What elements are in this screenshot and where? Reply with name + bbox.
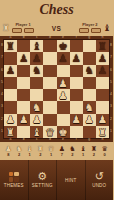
square-c3[interactable]: ♞ xyxy=(30,101,43,113)
coord-file-h-bottom: h xyxy=(101,138,103,142)
piece-white-king: ♚ xyxy=(58,127,67,138)
square-a1[interactable]: ♜ xyxy=(4,126,17,138)
piece-black-pawn: ♟ xyxy=(98,65,107,76)
vs-label: VS xyxy=(52,25,61,32)
square-a7[interactable] xyxy=(4,52,17,64)
square-b7[interactable]: ♟ xyxy=(17,52,30,64)
piece-black-bishop: ♝ xyxy=(32,41,41,52)
square-e8[interactable]: ♚ xyxy=(57,40,70,52)
coord-rank-3-left: 3 xyxy=(1,106,3,110)
square-g2[interactable]: ♟ xyxy=(83,114,96,126)
square-a6[interactable]: ♟ xyxy=(4,65,17,77)
piece-white-pawn: ♟ xyxy=(85,114,94,125)
piece-black-pawn: ♟ xyxy=(98,53,107,64)
tray-white-rook: ♜2 xyxy=(37,146,43,157)
tray-black-pawn: ♟7 xyxy=(59,146,65,157)
square-g8[interactable] xyxy=(83,40,96,52)
coord-rank-5-left: 5 xyxy=(1,81,3,85)
square-h1[interactable]: ♜ xyxy=(96,126,109,138)
coord-rank-7-right: 7 xyxy=(110,57,112,61)
undo-label: UNDO xyxy=(92,184,106,189)
square-g3[interactable]: ♞ xyxy=(83,101,96,113)
black-knight-count: 2 xyxy=(71,153,73,157)
coord-file-a-top: a xyxy=(10,36,12,40)
square-g5[interactable] xyxy=(83,77,96,89)
piece-black-pawn: ♟ xyxy=(58,53,67,64)
player1-panel: ♜ Player 1 xyxy=(2,23,34,33)
square-d6[interactable] xyxy=(43,65,56,77)
square-g1[interactable] xyxy=(83,126,96,138)
square-f4[interactable] xyxy=(70,89,83,101)
piece-white-pawn: ♟ xyxy=(32,114,41,125)
white-rook-count: 2 xyxy=(39,153,41,157)
player2-chip-2 xyxy=(91,28,101,33)
piece-black-rook: ♜ xyxy=(6,41,15,52)
piece-white-pawn: ♟ xyxy=(58,78,67,89)
square-b5[interactable] xyxy=(17,77,30,89)
player-bar: ♜ Player 1 VS Player 2 ♝ xyxy=(0,20,113,36)
square-f3[interactable] xyxy=(70,101,83,113)
square-h5[interactable] xyxy=(96,77,109,89)
coord-file-g-top: g xyxy=(88,36,90,40)
square-d8[interactable] xyxy=(43,40,56,52)
piece-black-pawn: ♟ xyxy=(71,53,80,64)
square-b3[interactable] xyxy=(17,101,30,113)
tray-black-bishop: ♝1 xyxy=(80,146,86,157)
square-b8[interactable] xyxy=(17,40,30,52)
piece-black-pawn: ♟ xyxy=(32,53,41,64)
hint-label: HINT xyxy=(65,179,76,184)
themes-label: THEMES xyxy=(4,184,24,189)
square-g6[interactable]: ♞ xyxy=(83,65,96,77)
square-c5[interactable] xyxy=(30,77,43,89)
square-f2[interactable]: ♟ xyxy=(70,114,83,126)
square-h3[interactable] xyxy=(96,101,109,113)
tray-white-pawn: ♟8 xyxy=(5,146,11,157)
black-rook-count: 2 xyxy=(93,153,95,157)
square-h4[interactable] xyxy=(96,89,109,101)
coord-rank-3-right: 3 xyxy=(110,106,112,110)
themes-icon xyxy=(9,172,19,182)
player1-chip-1 xyxy=(12,28,22,33)
square-c1[interactable]: ♝ xyxy=(30,126,43,138)
coord-rank-6-right: 6 xyxy=(110,69,112,73)
square-f7[interactable]: ♟ xyxy=(70,52,83,64)
tray-white-knight: ♞2 xyxy=(16,146,22,157)
square-f6[interactable] xyxy=(70,65,83,77)
chess-app: Chess ♜ Player 1 VS Player 2 ♝ xyxy=(0,0,113,200)
undo-arrow-icon: ↺ xyxy=(95,171,104,182)
themes-button[interactable]: THEMES xyxy=(0,160,29,200)
undo-button[interactable]: ↺ UNDO xyxy=(86,160,114,200)
app-title: Chess xyxy=(39,2,73,18)
square-e1[interactable]: ♚ xyxy=(57,126,70,138)
coord-rank-8-left: 8 xyxy=(1,44,3,48)
piece-white-rook: ♜ xyxy=(6,127,15,138)
square-e5[interactable]: ♟ xyxy=(57,77,70,89)
white-pawn-count: 8 xyxy=(7,153,9,157)
tray-black-queen: ♛0 xyxy=(101,146,107,157)
square-d2[interactable] xyxy=(43,114,56,126)
square-c6[interactable]: ♞ xyxy=(30,65,43,77)
coord-file-g-bottom: g xyxy=(88,138,90,142)
piece-white-knight: ♞ xyxy=(32,102,41,113)
square-b1[interactable] xyxy=(17,126,30,138)
chess-board: ♜♝♚♜♟♟♟♟♟♟♞♞♟♟♟♞♞♟♟♟♟♟♟♜♝♛♚♜ aabbccddeef… xyxy=(0,36,113,142)
coord-rank-2-left: 2 xyxy=(1,118,3,122)
square-h6[interactable]: ♟ xyxy=(96,65,109,77)
square-b2[interactable]: ♟ xyxy=(17,114,30,126)
coord-file-a-bottom: a xyxy=(10,138,12,142)
coord-file-f-bottom: f xyxy=(76,138,77,142)
square-e4[interactable]: ♟ xyxy=(57,89,70,101)
square-a3[interactable] xyxy=(4,101,17,113)
white-knight-count: 2 xyxy=(18,153,20,157)
piece-black-pawn: ♟ xyxy=(19,53,28,64)
coord-rank-5-right: 5 xyxy=(110,81,112,85)
coord-file-f-top: f xyxy=(76,36,77,40)
square-d3[interactable] xyxy=(43,101,56,113)
square-d1[interactable]: ♛ xyxy=(43,126,56,138)
square-a2[interactable]: ♟ xyxy=(4,114,17,126)
player2-piece-icon: ♝ xyxy=(103,24,111,33)
square-c2[interactable]: ♟ xyxy=(30,114,43,126)
piece-white-pawn: ♟ xyxy=(19,114,28,125)
black-pawn-count: 7 xyxy=(61,153,63,157)
header: Chess xyxy=(0,0,113,20)
tray-black-knight: ♞2 xyxy=(69,146,75,157)
coord-file-b-bottom: b xyxy=(23,138,25,142)
setting-label: SETTING xyxy=(32,184,53,189)
square-d7[interactable] xyxy=(43,52,56,64)
square-e3[interactable] xyxy=(57,101,70,113)
piece-black-pawn: ♟ xyxy=(6,65,15,76)
coord-rank-4-right: 4 xyxy=(110,93,112,97)
square-c4[interactable] xyxy=(30,89,43,101)
black-bishop-count: 1 xyxy=(82,153,84,157)
hint-button[interactable]: HINT xyxy=(57,160,86,200)
square-d5[interactable] xyxy=(43,77,56,89)
bottom-toolbar: THEMES ⚙ SETTING HINT ↺ UNDO xyxy=(0,160,113,200)
coord-file-d-bottom: d xyxy=(49,138,51,142)
piece-white-pawn: ♟ xyxy=(98,114,107,125)
coord-rank-2-right: 2 xyxy=(110,118,112,122)
coord-rank-1-left: 1 xyxy=(1,130,3,134)
square-h8[interactable]: ♜ xyxy=(96,40,109,52)
player1-chip-2 xyxy=(24,28,34,33)
white-queen-count: 1 xyxy=(50,153,52,157)
coord-rank-4-left: 4 xyxy=(1,93,3,97)
coord-rank-7-left: 7 xyxy=(1,57,3,61)
coord-file-h-top: h xyxy=(101,36,103,40)
tray-white-bishop: ♝1 xyxy=(27,146,33,157)
square-d4[interactable] xyxy=(43,89,56,101)
coord-rank-8-right: 8 xyxy=(110,44,112,48)
board-grid: ♜♝♚♜♟♟♟♟♟♟♞♞♟♟♟♞♞♟♟♟♟♟♟♜♝♛♚♜ xyxy=(4,40,109,138)
square-f8[interactable] xyxy=(70,40,83,52)
square-f1[interactable] xyxy=(70,126,83,138)
coord-rank-6-left: 6 xyxy=(1,69,3,73)
square-a8[interactable]: ♜ xyxy=(4,40,17,52)
coord-rank-1-right: 1 xyxy=(110,130,112,134)
piece-white-bishop: ♝ xyxy=(32,127,41,138)
square-c8[interactable]: ♝ xyxy=(30,40,43,52)
square-g7[interactable] xyxy=(83,52,96,64)
square-f5[interactable] xyxy=(70,77,83,89)
square-a5[interactable] xyxy=(4,77,17,89)
square-g4[interactable] xyxy=(83,89,96,101)
gear-icon: ⚙ xyxy=(37,171,47,182)
player2-name: Player 2 xyxy=(82,23,97,27)
tray-white-queen: ♛1 xyxy=(48,146,54,157)
piece-white-pawn: ♟ xyxy=(71,114,80,125)
square-b4[interactable] xyxy=(17,89,30,101)
tray-black-rook: ♜2 xyxy=(91,146,97,157)
setting-button[interactable]: ⚙ SETTING xyxy=(29,160,58,200)
coord-file-b-top: b xyxy=(23,36,25,40)
white-bishop-count: 1 xyxy=(29,153,31,157)
square-c7[interactable]: ♟ xyxy=(30,52,43,64)
piece-black-king: ♚ xyxy=(58,41,67,52)
square-h7[interactable]: ♟ xyxy=(96,52,109,64)
player2-chip-1 xyxy=(79,28,89,33)
piece-white-pawn: ♟ xyxy=(58,90,67,101)
piece-black-knight: ♞ xyxy=(32,65,41,76)
coord-file-c-bottom: c xyxy=(36,138,38,142)
material-tray: ♟8♞2♝1♜2♛1♟7♞2♝1♜2♛0 xyxy=(0,142,113,160)
square-e6[interactable] xyxy=(57,65,70,77)
player2-panel: Player 2 ♝ xyxy=(79,23,111,33)
piece-white-knight: ♞ xyxy=(85,102,94,113)
coord-file-e-top: e xyxy=(62,36,64,40)
piece-white-rook: ♜ xyxy=(98,127,107,138)
piece-white-pawn: ♟ xyxy=(6,114,15,125)
player1-name: Player 1 xyxy=(15,23,30,27)
piece-black-knight: ♞ xyxy=(85,65,94,76)
square-a4[interactable] xyxy=(4,89,17,101)
square-e7[interactable]: ♟ xyxy=(57,52,70,64)
square-b6[interactable] xyxy=(17,65,30,77)
piece-white-queen: ♛ xyxy=(45,127,54,138)
piece-black-rook: ♜ xyxy=(98,41,107,52)
coord-file-e-bottom: e xyxy=(62,138,64,142)
black-queen-count: 0 xyxy=(103,153,105,157)
coord-file-d-top: d xyxy=(49,36,51,40)
square-h2[interactable]: ♟ xyxy=(96,114,109,126)
player1-piece-icon: ♜ xyxy=(2,24,10,33)
square-e2[interactable] xyxy=(57,114,70,126)
coord-file-c-top: c xyxy=(36,36,38,40)
